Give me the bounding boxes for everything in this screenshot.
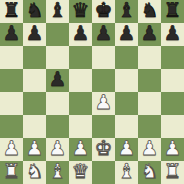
square-f6[interactable] — [115, 46, 138, 69]
square-c6[interactable] — [46, 46, 69, 69]
black-knight[interactable]: ♞ — [26, 0, 44, 22]
black-pawn[interactable]: ♟ — [118, 22, 136, 45]
square-c5[interactable]: ♟ — [46, 69, 69, 92]
square-c4[interactable] — [46, 92, 69, 115]
black-pawn[interactable]: ♟ — [164, 22, 182, 45]
square-c2[interactable]: ♟ — [46, 138, 69, 161]
square-b8[interactable]: ♞ — [23, 0, 46, 23]
white-pawn[interactable]: ♟ — [164, 137, 182, 160]
square-d8[interactable]: ♛ — [69, 0, 92, 23]
square-h3[interactable] — [161, 115, 184, 138]
square-b1[interactable]: ♞ — [23, 161, 46, 184]
square-e4[interactable]: ♟ — [92, 92, 115, 115]
square-a3[interactable] — [0, 115, 23, 138]
square-h7[interactable]: ♟ — [161, 23, 184, 46]
white-pawn[interactable]: ♟ — [26, 137, 44, 160]
square-f5[interactable] — [115, 69, 138, 92]
square-d4[interactable] — [69, 92, 92, 115]
square-c1[interactable]: ♝ — [46, 161, 69, 184]
black-pawn[interactable]: ♟ — [141, 22, 159, 45]
square-c8[interactable]: ♝ — [46, 0, 69, 23]
square-d2[interactable]: ♟ — [69, 138, 92, 161]
white-pawn[interactable]: ♟ — [72, 137, 90, 160]
square-g3[interactable] — [138, 115, 161, 138]
square-g6[interactable] — [138, 46, 161, 69]
square-g1[interactable]: ♞ — [138, 161, 161, 184]
square-g2[interactable]: ♟ — [138, 138, 161, 161]
square-f7[interactable]: ♟ — [115, 23, 138, 46]
square-a7[interactable]: ♟ — [0, 23, 23, 46]
square-a4[interactable] — [0, 92, 23, 115]
black-knight[interactable]: ♞ — [141, 0, 159, 22]
square-f3[interactable] — [115, 115, 138, 138]
black-pawn[interactable]: ♟ — [49, 68, 67, 91]
square-b4[interactable] — [23, 92, 46, 115]
square-g8[interactable]: ♞ — [138, 0, 161, 23]
square-a2[interactable]: ♟ — [0, 138, 23, 161]
square-d7[interactable]: ♟ — [69, 23, 92, 46]
square-b5[interactable] — [23, 69, 46, 92]
white-pawn[interactable]: ♟ — [3, 137, 21, 160]
square-h1[interactable]: ♜ — [161, 161, 184, 184]
square-d3[interactable] — [69, 115, 92, 138]
square-e7[interactable]: ♟ — [92, 23, 115, 46]
black-queen[interactable]: ♛ — [72, 0, 90, 22]
square-c3[interactable] — [46, 115, 69, 138]
square-e3[interactable] — [92, 115, 115, 138]
square-f4[interactable] — [115, 92, 138, 115]
black-pawn[interactable]: ♟ — [95, 22, 113, 45]
white-pawn[interactable]: ♟ — [118, 137, 136, 160]
square-d6[interactable] — [69, 46, 92, 69]
white-pawn[interactable]: ♟ — [49, 137, 67, 160]
square-b6[interactable] — [23, 46, 46, 69]
square-h2[interactable]: ♟ — [161, 138, 184, 161]
white-bishop[interactable]: ♝ — [49, 160, 67, 183]
square-f8[interactable]: ♝ — [115, 0, 138, 23]
white-pawn[interactable]: ♟ — [95, 91, 113, 114]
white-knight[interactable]: ♞ — [141, 160, 159, 183]
white-knight[interactable]: ♞ — [26, 160, 44, 183]
white-pawn[interactable]: ♟ — [141, 137, 159, 160]
square-a1[interactable]: ♜ — [0, 161, 23, 184]
chess-board: ♜♞♝♛♚♝♞♜♟♟♟♟♟♟♟♟♟♟♟♟♟♚♟♟♟♜♞♝♛♝♞♜ — [0, 0, 184, 184]
black-pawn[interactable]: ♟ — [26, 22, 44, 45]
square-e5[interactable] — [92, 69, 115, 92]
square-e8[interactable]: ♚ — [92, 0, 115, 23]
square-b3[interactable] — [23, 115, 46, 138]
square-g4[interactable] — [138, 92, 161, 115]
white-rook[interactable]: ♜ — [3, 160, 21, 183]
square-d1[interactable]: ♛ — [69, 161, 92, 184]
white-king[interactable]: ♚ — [95, 137, 113, 160]
square-d5[interactable] — [69, 69, 92, 92]
black-bishop[interactable]: ♝ — [49, 0, 67, 22]
square-e1[interactable] — [92, 161, 115, 184]
black-bishop[interactable]: ♝ — [118, 0, 136, 22]
square-b2[interactable]: ♟ — [23, 138, 46, 161]
square-h8[interactable]: ♜ — [161, 0, 184, 23]
square-f1[interactable]: ♝ — [115, 161, 138, 184]
square-h6[interactable] — [161, 46, 184, 69]
square-e6[interactable] — [92, 46, 115, 69]
square-h5[interactable] — [161, 69, 184, 92]
square-h4[interactable] — [161, 92, 184, 115]
square-a5[interactable] — [0, 69, 23, 92]
black-rook[interactable]: ♜ — [3, 0, 21, 22]
black-rook[interactable]: ♜ — [164, 0, 182, 22]
white-bishop[interactable]: ♝ — [118, 160, 136, 183]
white-queen[interactable]: ♛ — [72, 160, 90, 183]
black-king[interactable]: ♚ — [95, 0, 113, 22]
black-pawn[interactable]: ♟ — [3, 22, 21, 45]
white-rook[interactable]: ♜ — [164, 160, 182, 183]
square-a6[interactable] — [0, 46, 23, 69]
black-pawn[interactable]: ♟ — [72, 22, 90, 45]
square-e2[interactable]: ♚ — [92, 138, 115, 161]
square-g7[interactable]: ♟ — [138, 23, 161, 46]
square-a8[interactable]: ♜ — [0, 0, 23, 23]
square-f2[interactable]: ♟ — [115, 138, 138, 161]
square-g5[interactable] — [138, 69, 161, 92]
square-b7[interactable]: ♟ — [23, 23, 46, 46]
square-c7[interactable] — [46, 23, 69, 46]
